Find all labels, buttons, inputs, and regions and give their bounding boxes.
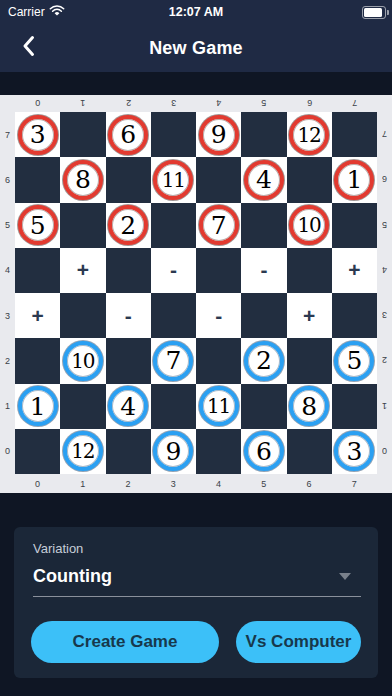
column-label-bottom: 5	[241, 474, 286, 493]
board-corner	[0, 95, 15, 112]
new-game-card: Variation Counting Create Game Vs Comput…	[14, 527, 378, 678]
row-label-left: 5	[0, 203, 15, 248]
square-c6r4[interactable]	[287, 248, 332, 293]
variation-select[interactable]: Counting	[33, 565, 361, 587]
row-label-left: 4	[0, 248, 15, 293]
square-c4r1[interactable]: 11	[196, 384, 241, 429]
blue-piece-10[interactable]: 10	[63, 341, 103, 381]
row-label-left: 3	[0, 293, 15, 338]
piece-number: 9	[211, 122, 227, 147]
square-c2r1[interactable]: 4	[106, 384, 151, 429]
column-label-top: 5	[241, 95, 286, 112]
blue-piece-5[interactable]: 5	[334, 341, 374, 381]
dropdown-caret-icon	[339, 573, 351, 580]
back-button[interactable]	[10, 24, 46, 72]
square-c7r0[interactable]: 3	[332, 429, 377, 474]
select-underline	[33, 596, 361, 597]
variation-value: Counting	[33, 566, 112, 587]
piece-number: 11	[162, 170, 185, 190]
piece-number: 11	[207, 396, 230, 416]
square-c5r7[interactable]	[241, 112, 286, 157]
square-c6r7[interactable]: 12	[287, 112, 332, 157]
blue-piece-2[interactable]: 2	[244, 341, 284, 381]
piece-number: 3	[346, 439, 362, 464]
blue-piece-4[interactable]: 4	[108, 386, 148, 426]
square-c0r6[interactable]	[15, 157, 60, 202]
piece-number: 2	[120, 213, 136, 238]
piece-number: 5	[30, 213, 46, 238]
piece-number: 12	[297, 125, 320, 145]
square-c5r5[interactable]	[241, 203, 286, 248]
square-c4r7[interactable]: 9	[196, 112, 241, 157]
piece-number: 7	[165, 348, 181, 373]
square-c1r4[interactable]: +	[60, 248, 105, 293]
content-area: 012345677369127681141655271054+--+43+--+…	[0, 95, 392, 696]
red-piece-4[interactable]: 4	[244, 160, 284, 200]
row-label-right: 3	[377, 293, 392, 338]
square-c6r1[interactable]: 8	[287, 384, 332, 429]
red-piece-5[interactable]: 5	[18, 205, 58, 245]
red-piece-1[interactable]: 1	[334, 160, 374, 200]
row-label-right: 7	[377, 112, 392, 157]
piece-number: 1	[346, 167, 362, 192]
square-c4r2[interactable]	[196, 338, 241, 383]
square-c7r3[interactable]	[332, 293, 377, 338]
square-c2r0[interactable]	[106, 429, 151, 474]
blue-piece-11[interactable]: 11	[199, 386, 239, 426]
square-c3r6[interactable]: 11	[151, 157, 196, 202]
square-c5r0[interactable]: 6	[241, 429, 286, 474]
battery-icon	[362, 6, 386, 19]
row-label-left: 0	[0, 429, 15, 474]
square-c6r3[interactable]: +	[287, 293, 332, 338]
column-label-bottom: 4	[196, 474, 241, 493]
piece-number: 5	[346, 348, 362, 373]
square-c4r4[interactable]	[196, 248, 241, 293]
board-corner	[377, 474, 392, 493]
blue-piece-7[interactable]: 7	[153, 341, 193, 381]
square-c6r0[interactable]	[287, 429, 332, 474]
column-label-top: 1	[60, 95, 105, 112]
row-label-left: 6	[0, 157, 15, 202]
square-c6r2[interactable]	[287, 338, 332, 383]
bonus-plus-sign: +	[77, 258, 89, 282]
column-label-top: 0	[15, 95, 60, 112]
column-label-top: 2	[106, 95, 151, 112]
square-c1r7[interactable]	[60, 112, 105, 157]
blue-piece-9[interactable]: 9	[153, 431, 193, 471]
square-c4r5[interactable]: 7	[196, 203, 241, 248]
piece-number: 1	[30, 394, 46, 419]
square-c5r4[interactable]: -	[241, 248, 286, 293]
bonus-plus-sign: +	[303, 304, 315, 328]
square-c2r4[interactable]	[106, 248, 151, 293]
square-c3r7[interactable]	[151, 112, 196, 157]
board-corner	[377, 95, 392, 112]
red-piece-3[interactable]: 3	[18, 115, 58, 155]
square-c5r6[interactable]: 4	[241, 157, 286, 202]
piece-number: 2	[256, 348, 272, 373]
top-bar: Carrier 12:07 AM New Game	[0, 0, 392, 72]
square-c4r3[interactable]: -	[196, 293, 241, 338]
piece-number: 12	[71, 441, 94, 461]
row-label-right: 4	[377, 248, 392, 293]
column-label-bottom: 0	[15, 474, 60, 493]
piece-number: 7	[211, 213, 227, 238]
red-piece-11[interactable]: 11	[153, 160, 193, 200]
piece-number: 8	[75, 167, 91, 192]
square-c3r0[interactable]: 9	[151, 429, 196, 474]
piece-number: 10	[71, 351, 94, 371]
square-c3r3[interactable]	[151, 293, 196, 338]
square-c1r6[interactable]: 8	[60, 157, 105, 202]
column-label-bottom: 1	[60, 474, 105, 493]
square-c7r5[interactable]	[332, 203, 377, 248]
square-c2r3[interactable]: -	[106, 293, 151, 338]
square-c0r5[interactable]: 5	[15, 203, 60, 248]
square-c5r2[interactable]: 2	[241, 338, 286, 383]
piece-number: 4	[256, 167, 272, 192]
red-piece-8[interactable]: 8	[63, 160, 103, 200]
red-piece-9[interactable]: 9	[199, 115, 239, 155]
square-c0r2[interactable]	[15, 338, 60, 383]
square-c2r7[interactable]: 6	[106, 112, 151, 157]
square-c7r6[interactable]: 1	[332, 157, 377, 202]
bonus-minus-sign: -	[215, 304, 222, 328]
square-c6r6[interactable]	[287, 157, 332, 202]
row-label-right: 6	[377, 157, 392, 202]
square-c7r1[interactable]	[332, 384, 377, 429]
bonus-plus-sign: +	[348, 258, 360, 282]
status-bar: Carrier 12:07 AM	[0, 0, 392, 24]
piece-number: 3	[30, 122, 46, 147]
row-label-right: 5	[377, 203, 392, 248]
square-c7r7[interactable]	[332, 112, 377, 157]
bonus-minus-sign: -	[170, 258, 177, 282]
bonus-plus-sign: +	[31, 304, 43, 328]
square-c2r2[interactable]	[106, 338, 151, 383]
bonus-minus-sign: -	[260, 258, 267, 282]
red-piece-10[interactable]: 10	[289, 205, 329, 245]
square-c0r3[interactable]: +	[15, 293, 60, 338]
piece-number: 6	[256, 439, 272, 464]
square-c0r4[interactable]	[15, 248, 60, 293]
create-game-button[interactable]: Create Game	[31, 621, 219, 663]
row-label-left: 2	[0, 338, 15, 383]
row-label-right: 2	[377, 338, 392, 383]
square-c4r0[interactable]	[196, 429, 241, 474]
square-c3r4[interactable]: -	[151, 248, 196, 293]
piece-number: 6	[120, 122, 136, 147]
vs-computer-button[interactable]: Vs Computer	[236, 621, 361, 663]
square-c7r2[interactable]: 5	[332, 338, 377, 383]
piece-number: 4	[120, 394, 136, 419]
column-label-top: 7	[332, 95, 377, 112]
square-c5r1[interactable]	[241, 384, 286, 429]
square-c6r5[interactable]: 10	[287, 203, 332, 248]
square-c1r1[interactable]	[60, 384, 105, 429]
blue-piece-12[interactable]: 12	[63, 431, 103, 471]
square-c2r5[interactable]: 2	[106, 203, 151, 248]
column-label-top: 3	[151, 95, 196, 112]
square-c4r6[interactable]	[196, 157, 241, 202]
square-c3r1[interactable]	[151, 384, 196, 429]
square-c5r3[interactable]	[241, 293, 286, 338]
board-corner	[0, 474, 15, 493]
square-c3r2[interactable]: 7	[151, 338, 196, 383]
blue-piece-8[interactable]: 8	[289, 386, 329, 426]
blue-piece-1[interactable]: 1	[18, 386, 58, 426]
column-label-bottom: 7	[332, 474, 377, 493]
square-c2r6[interactable]	[106, 157, 151, 202]
row-label-right: 0	[377, 429, 392, 474]
red-piece-6[interactable]: 6	[108, 115, 148, 155]
piece-number: 10	[297, 215, 320, 235]
column-label-top: 6	[287, 95, 332, 112]
variation-label: Variation	[33, 541, 361, 556]
clock-label: 12:07 AM	[0, 0, 392, 24]
square-c1r2[interactable]: 10	[60, 338, 105, 383]
square-c1r3[interactable]	[60, 293, 105, 338]
square-c7r4[interactable]: +	[332, 248, 377, 293]
square-c0r1[interactable]: 1	[15, 384, 60, 429]
square-c1r5[interactable]	[60, 203, 105, 248]
red-piece-12[interactable]: 12	[289, 115, 329, 155]
chevron-left-icon	[22, 35, 35, 61]
square-c0r7[interactable]: 3	[15, 112, 60, 157]
blue-piece-3[interactable]: 3	[334, 431, 374, 471]
red-piece-7[interactable]: 7	[199, 205, 239, 245]
piece-number: 8	[301, 394, 317, 419]
row-label-right: 1	[377, 384, 392, 429]
nav-bar: New Game	[0, 24, 392, 72]
bonus-minus-sign: -	[125, 304, 132, 328]
square-c1r0[interactable]: 12	[60, 429, 105, 474]
blue-piece-6[interactable]: 6	[244, 431, 284, 471]
square-c3r5[interactable]	[151, 203, 196, 248]
board: 012345677369127681141655271054+--+43+--+…	[0, 95, 392, 493]
column-label-bottom: 2	[106, 474, 151, 493]
column-label-bottom: 6	[287, 474, 332, 493]
column-label-top: 4	[196, 95, 241, 112]
page-title: New Game	[149, 38, 243, 59]
red-piece-2[interactable]: 2	[108, 205, 148, 245]
column-label-bottom: 3	[151, 474, 196, 493]
row-label-left: 1	[0, 384, 15, 429]
piece-number: 9	[165, 439, 181, 464]
square-c0r0[interactable]	[15, 429, 60, 474]
row-label-left: 7	[0, 112, 15, 157]
